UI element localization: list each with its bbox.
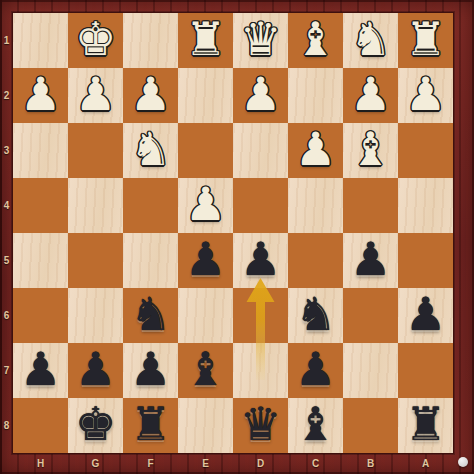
square-b4[interactable] (343, 178, 398, 233)
square-a7[interactable] (398, 343, 453, 398)
square-f8[interactable]: ♜ (123, 398, 178, 453)
rank-label-1: 1 (0, 13, 13, 68)
square-h1[interactable] (13, 13, 68, 68)
file-label-e: E (178, 453, 233, 474)
square-g4[interactable] (68, 178, 123, 233)
black-king-g8[interactable]: ♚ (75, 401, 116, 447)
white-pawn-g2[interactable]: ♟ (75, 71, 116, 117)
white-king-g1[interactable]: ♚ (75, 16, 116, 62)
white-knight-f3[interactable]: ♞ (130, 126, 171, 172)
square-e8[interactable] (178, 398, 233, 453)
square-c3[interactable]: ♟ (288, 123, 343, 178)
square-h5[interactable] (13, 233, 68, 288)
square-h8[interactable] (13, 398, 68, 453)
black-pawn-c7[interactable]: ♟ (295, 346, 336, 392)
rank-label-3: 3 (0, 123, 13, 178)
black-knight-c6[interactable]: ♞ (295, 291, 336, 337)
black-rook-f8[interactable]: ♜ (130, 401, 171, 447)
black-bishop-c8[interactable]: ♝ (295, 401, 336, 447)
square-a5[interactable] (398, 233, 453, 288)
square-a4[interactable] (398, 178, 453, 233)
black-pawn-a6[interactable]: ♟ (405, 291, 446, 337)
square-d4[interactable] (233, 178, 288, 233)
square-g7[interactable]: ♟ (68, 343, 123, 398)
square-d1[interactable]: ♛ (233, 13, 288, 68)
white-pawn-h2[interactable]: ♟ (20, 71, 61, 117)
square-c8[interactable]: ♝ (288, 398, 343, 453)
square-d3[interactable] (233, 123, 288, 178)
rank-label-6: 6 (0, 288, 13, 343)
file-label-f: F (123, 453, 178, 474)
square-e3[interactable] (178, 123, 233, 178)
square-g8[interactable]: ♚ (68, 398, 123, 453)
file-label-b: B (343, 453, 398, 474)
square-a3[interactable] (398, 123, 453, 178)
square-e1[interactable]: ♜ (178, 13, 233, 68)
square-b5[interactable]: ♟ (343, 233, 398, 288)
square-f5[interactable] (123, 233, 178, 288)
square-h6[interactable] (13, 288, 68, 343)
rank-label-8: 8 (0, 398, 13, 453)
square-h3[interactable] (13, 123, 68, 178)
rank-label-5: 5 (0, 233, 13, 288)
black-pawn-e5[interactable]: ♟ (185, 236, 226, 282)
square-g6[interactable] (68, 288, 123, 343)
square-c4[interactable] (288, 178, 343, 233)
square-c7[interactable]: ♟ (288, 343, 343, 398)
white-to-move-indicator (458, 457, 468, 467)
square-f6[interactable]: ♞ (123, 288, 178, 343)
square-e4[interactable]: ♟ (178, 178, 233, 233)
square-h2[interactable]: ♟ (13, 68, 68, 123)
square-c6[interactable]: ♞ (288, 288, 343, 343)
white-bishop-b3[interactable]: ♝ (350, 126, 391, 172)
square-f2[interactable]: ♟ (123, 68, 178, 123)
square-a6[interactable]: ♟ (398, 288, 453, 343)
white-rook-e1[interactable]: ♜ (185, 16, 226, 62)
white-pawn-e4[interactable]: ♟ (185, 181, 226, 227)
file-label-h: H (13, 453, 68, 474)
square-g2[interactable]: ♟ (68, 68, 123, 123)
white-pawn-c3[interactable]: ♟ (295, 126, 336, 172)
square-g1[interactable]: ♚ (68, 13, 123, 68)
square-g3[interactable] (68, 123, 123, 178)
square-e6[interactable] (178, 288, 233, 343)
black-rook-a8[interactable]: ♜ (405, 401, 446, 447)
chess-board: ♚♜♛♝♞♜♟♟♟♟♟♟♞♟♝♟♟♟♟♞♞♟♟♟♟♝♟♚♜♛♝♜ (13, 13, 453, 453)
square-a2[interactable]: ♟ (398, 68, 453, 123)
square-d7[interactable] (233, 343, 288, 398)
rank-label-2: 2 (0, 68, 13, 123)
square-b8[interactable] (343, 398, 398, 453)
white-rook-a1[interactable]: ♜ (405, 16, 446, 62)
square-b1[interactable]: ♞ (343, 13, 398, 68)
file-label-c: C (288, 453, 343, 474)
white-knight-b1[interactable]: ♞ (350, 16, 391, 62)
square-h7[interactable]: ♟ (13, 343, 68, 398)
square-c1[interactable]: ♝ (288, 13, 343, 68)
square-h4[interactable] (13, 178, 68, 233)
square-d5[interactable]: ♟ (233, 233, 288, 288)
white-bishop-c1[interactable]: ♝ (295, 16, 336, 62)
white-pawn-f2[interactable]: ♟ (130, 71, 171, 117)
square-e2[interactable] (178, 68, 233, 123)
white-pawn-d2[interactable]: ♟ (240, 71, 281, 117)
square-c2[interactable] (288, 68, 343, 123)
black-pawn-h7[interactable]: ♟ (20, 346, 61, 392)
square-b6[interactable] (343, 288, 398, 343)
square-e7[interactable]: ♝ (178, 343, 233, 398)
black-pawn-b5[interactable]: ♟ (350, 236, 391, 282)
square-d2[interactable]: ♟ (233, 68, 288, 123)
rank-label-4: 4 (0, 178, 13, 233)
rank-label-7: 7 (0, 343, 13, 398)
black-knight-f6[interactable]: ♞ (130, 291, 171, 337)
square-b7[interactable] (343, 343, 398, 398)
black-pawn-d5[interactable]: ♟ (240, 236, 281, 282)
black-pawn-f7[interactable]: ♟ (130, 346, 171, 392)
square-a8[interactable]: ♜ (398, 398, 453, 453)
black-pawn-g7[interactable]: ♟ (75, 346, 116, 392)
white-queen-d1[interactable]: ♛ (240, 16, 281, 62)
square-a1[interactable]: ♜ (398, 13, 453, 68)
square-f4[interactable] (123, 178, 178, 233)
square-c5[interactable] (288, 233, 343, 288)
square-f7[interactable]: ♟ (123, 343, 178, 398)
square-f1[interactable] (123, 13, 178, 68)
square-g5[interactable] (68, 233, 123, 288)
file-label-g: G (68, 453, 123, 474)
square-d6[interactable] (233, 288, 288, 343)
white-pawn-b2[interactable]: ♟ (350, 71, 391, 117)
square-e5[interactable]: ♟ (178, 233, 233, 288)
square-b3[interactable]: ♝ (343, 123, 398, 178)
black-bishop-e7[interactable]: ♝ (185, 346, 226, 392)
square-d8[interactable]: ♛ (233, 398, 288, 453)
chess-board-screenshot: ♚♜♛♝♞♜♟♟♟♟♟♟♞♟♝♟♟♟♟♞♞♟♟♟♟♝♟♚♜♛♝♜ 1234567… (0, 0, 474, 474)
square-f3[interactable]: ♞ (123, 123, 178, 178)
white-pawn-a2[interactable]: ♟ (405, 71, 446, 117)
file-label-d: D (233, 453, 288, 474)
black-queen-d8[interactable]: ♛ (240, 401, 281, 447)
file-label-a: A (398, 453, 453, 474)
square-b2[interactable]: ♟ (343, 68, 398, 123)
